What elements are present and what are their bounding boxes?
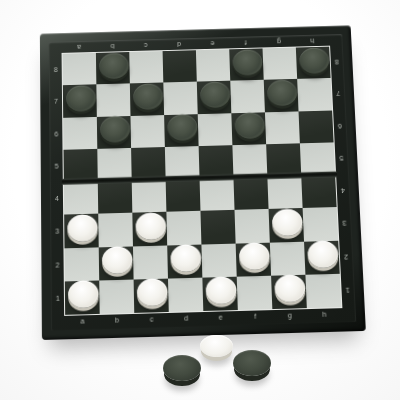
square-c2[interactable] xyxy=(133,245,168,279)
square-c1[interactable] xyxy=(134,278,169,313)
square-g4[interactable] xyxy=(267,176,302,210)
square-c5[interactable] xyxy=(131,147,166,180)
square-b2[interactable] xyxy=(99,246,134,280)
coordinate-label: 1 xyxy=(340,273,356,307)
square-e5[interactable] xyxy=(199,145,234,178)
square-a2[interactable] xyxy=(64,247,99,281)
square-e1[interactable] xyxy=(202,276,237,311)
coordinate-label: 7 xyxy=(49,85,63,117)
square-a7[interactable] xyxy=(63,85,97,118)
coordinate-label: 6 xyxy=(49,117,63,150)
square-d5[interactable] xyxy=(165,146,200,179)
dark-checker-c7[interactable] xyxy=(133,83,163,110)
square-a8[interactable] xyxy=(63,53,97,86)
square-b6[interactable] xyxy=(97,116,131,149)
square-c3[interactable] xyxy=(132,212,167,246)
dark-checker-b6[interactable] xyxy=(100,116,130,143)
white-checker-b2[interactable] xyxy=(102,246,133,274)
square-d8[interactable] xyxy=(163,50,197,83)
square-d3[interactable] xyxy=(166,211,201,245)
square-d1[interactable] xyxy=(168,277,203,312)
square-h8[interactable] xyxy=(296,47,331,79)
square-b4[interactable] xyxy=(98,180,133,214)
coordinate-label: a xyxy=(62,41,95,54)
square-f1[interactable] xyxy=(237,275,273,310)
square-e3[interactable] xyxy=(200,210,235,244)
square-h4[interactable] xyxy=(301,175,336,209)
square-a6[interactable] xyxy=(63,116,97,149)
square-e4[interactable] xyxy=(200,177,235,211)
square-h7[interactable] xyxy=(297,78,332,111)
square-e7[interactable] xyxy=(197,81,232,114)
square-h2[interactable] xyxy=(304,240,340,274)
square-f3[interactable] xyxy=(235,209,270,243)
coordinate-label: 4 xyxy=(50,182,64,215)
coordinate-label: 6 xyxy=(332,110,347,143)
square-f4[interactable] xyxy=(233,176,268,210)
square-g5[interactable] xyxy=(266,143,301,176)
white-checker-d2[interactable] xyxy=(170,244,201,272)
coordinate-label: 2 xyxy=(50,248,64,282)
coordinate-label: e xyxy=(203,310,238,324)
coordinate-label: c xyxy=(129,39,163,52)
square-f5[interactable] xyxy=(232,144,267,177)
square-h5[interactable] xyxy=(300,142,335,175)
coordinate-label: 2 xyxy=(338,240,354,274)
coordinate-label: d xyxy=(162,38,196,51)
coordinate-label: d xyxy=(169,311,204,325)
coordinate-label: 1 xyxy=(51,281,66,315)
dark-checker-d6[interactable] xyxy=(167,114,197,141)
coordinate-label: 5 xyxy=(50,150,64,183)
white-checker-f2[interactable] xyxy=(239,243,270,271)
coordinate-label: 3 xyxy=(50,215,64,248)
square-d7[interactable] xyxy=(163,82,197,115)
square-c4[interactable] xyxy=(132,179,167,213)
square-d6[interactable] xyxy=(164,114,199,147)
square-f6[interactable] xyxy=(231,112,266,145)
square-f8[interactable] xyxy=(229,48,263,80)
coordinate-label: f xyxy=(229,36,263,49)
square-b1[interactable] xyxy=(99,279,134,314)
square-h6[interactable] xyxy=(299,110,334,143)
white-checker-g1[interactable] xyxy=(274,275,305,303)
white-checker-a3[interactable] xyxy=(67,214,97,242)
coordinate-label: b xyxy=(100,313,135,327)
square-f7[interactable] xyxy=(230,80,265,113)
square-g3[interactable] xyxy=(269,208,304,242)
square-a4[interactable] xyxy=(64,181,98,215)
square-c8[interactable] xyxy=(129,51,163,84)
square-g1[interactable] xyxy=(271,275,307,310)
product-photo-stage: abcdefgh 87654321 87654321 abcdefgh xyxy=(0,0,400,400)
coordinate-label: 8 xyxy=(49,54,63,86)
square-d4[interactable] xyxy=(166,178,201,212)
white-checker-e1[interactable] xyxy=(206,277,237,305)
coordinate-label: h xyxy=(295,34,329,47)
coordinate-label: a xyxy=(65,314,100,328)
square-a3[interactable] xyxy=(64,214,99,248)
dark-checker-h8[interactable] xyxy=(299,47,330,73)
coordinate-label: g xyxy=(262,35,296,48)
dark-checker-g7[interactable] xyxy=(267,80,298,107)
dark-checker-offboard-3[interactable] xyxy=(233,350,271,376)
white-checker-g3[interactable] xyxy=(272,209,303,237)
dark-checker-e7[interactable] xyxy=(200,81,230,108)
square-b3[interactable] xyxy=(98,213,133,247)
square-g7[interactable] xyxy=(264,79,299,112)
coordinate-label: b xyxy=(96,40,130,53)
square-g6[interactable] xyxy=(265,111,300,144)
square-e2[interactable] xyxy=(201,243,236,277)
square-c7[interactable] xyxy=(130,83,164,116)
board-field-border xyxy=(63,47,342,315)
square-b7[interactable] xyxy=(96,84,130,117)
square-e6[interactable] xyxy=(198,113,233,146)
square-b8[interactable] xyxy=(96,52,130,85)
square-a5[interactable] xyxy=(64,149,98,182)
checkers-board: abcdefgh 87654321 87654321 abcdefgh xyxy=(40,25,366,340)
square-g8[interactable] xyxy=(263,48,298,80)
square-c6[interactable] xyxy=(130,115,164,148)
coordinate-label: 4 xyxy=(335,174,351,207)
coordinate-label: h xyxy=(307,307,342,321)
white-checker-c1[interactable] xyxy=(137,279,168,307)
dark-checker-a7[interactable] xyxy=(66,85,96,112)
white-checker-offboard-2[interactable] xyxy=(200,335,233,357)
square-d2[interactable] xyxy=(167,244,202,278)
white-checker-c3[interactable] xyxy=(136,212,167,240)
white-checker-h2[interactable] xyxy=(307,241,338,269)
coordinate-label: e xyxy=(196,37,230,50)
coordinate-label: c xyxy=(134,312,169,326)
white-checker-a1[interactable] xyxy=(68,281,99,309)
square-f2[interactable] xyxy=(236,242,271,276)
dark-checker-b8[interactable] xyxy=(99,52,129,78)
coordinate-label: 7 xyxy=(331,78,346,110)
square-h1[interactable] xyxy=(305,274,341,309)
coordinate-label: g xyxy=(272,308,307,322)
square-g2[interactable] xyxy=(270,241,306,275)
coordinate-label: 5 xyxy=(334,142,349,175)
coordinate-label: 3 xyxy=(337,207,353,240)
square-e8[interactable] xyxy=(196,49,230,81)
dark-checker-f8[interactable] xyxy=(232,49,262,75)
dark-checker-offboard-1[interactable] xyxy=(163,355,201,381)
board-mat: abcdefgh 87654321 87654321 abcdefgh xyxy=(49,34,357,331)
dark-checker-f6[interactable] xyxy=(234,112,265,139)
coordinate-label: f xyxy=(238,309,273,323)
square-h3[interactable] xyxy=(303,207,339,241)
square-b5[interactable] xyxy=(97,148,131,181)
square-a1[interactable] xyxy=(65,280,100,315)
coordinate-label: 8 xyxy=(329,46,344,78)
